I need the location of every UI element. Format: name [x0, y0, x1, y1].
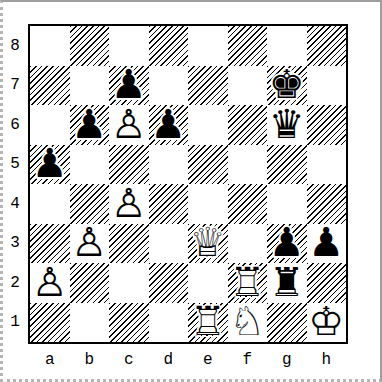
square-f3[interactable]: [228, 224, 268, 264]
square-f6[interactable]: [228, 105, 268, 145]
square-d3[interactable]: [149, 224, 189, 264]
square-g7[interactable]: ♚♚: [267, 66, 307, 106]
piece-glyph: ♟: [111, 64, 147, 104]
black-pawn: ♟♟: [109, 66, 149, 106]
black-queen: ♛♛: [267, 105, 307, 145]
square-c2[interactable]: [109, 263, 149, 303]
rank-label-8: 8: [5, 26, 25, 66]
piece-glyph: ♟: [308, 222, 344, 262]
piece-glyph: ♔: [308, 301, 344, 341]
square-e8[interactable]: [188, 26, 228, 66]
rank-label-2: 2: [5, 263, 25, 303]
square-e2[interactable]: [188, 263, 228, 303]
square-f7[interactable]: [228, 66, 268, 106]
square-h8[interactable]: [307, 26, 347, 66]
white-pawn: ♟♙: [70, 224, 110, 264]
square-h7[interactable]: [307, 66, 347, 106]
square-h6[interactable]: [307, 105, 347, 145]
piece-glyph: ♟: [269, 222, 305, 262]
rank-label-4: 4: [5, 184, 25, 224]
square-f1[interactable]: ♞♘: [228, 303, 268, 343]
white-queen: ♛♕: [188, 224, 228, 264]
square-a4[interactable]: [30, 184, 70, 224]
square-a8[interactable]: [30, 26, 70, 66]
square-g2[interactable]: ♜♜: [267, 263, 307, 303]
white-pawn: ♟♙: [109, 184, 149, 224]
square-f4[interactable]: [228, 184, 268, 224]
black-king: ♚♚: [267, 66, 307, 106]
piece-glyph: ♜: [269, 262, 305, 302]
piece-glyph: ♟: [150, 104, 186, 144]
square-c3[interactable]: [109, 224, 149, 264]
square-a7[interactable]: [30, 66, 70, 106]
piece-glyph: ♛: [269, 104, 305, 144]
square-c4[interactable]: ♟♙: [109, 184, 149, 224]
black-pawn: ♟♟: [149, 105, 189, 145]
rank-label-5: 5: [5, 145, 25, 185]
square-b3[interactable]: ♟♙: [70, 224, 110, 264]
white-knight: ♞♘: [228, 303, 268, 343]
square-d4[interactable]: [149, 184, 189, 224]
black-pawn: ♟♟: [70, 105, 110, 145]
white-rook: ♜♖: [188, 303, 228, 343]
black-rook: ♜♜: [267, 263, 307, 303]
square-h1[interactable]: ♚♔: [307, 303, 347, 343]
piece-glyph: ♘: [229, 301, 265, 341]
file-label-d: d: [149, 348, 189, 372]
square-b4[interactable]: [70, 184, 110, 224]
square-c6[interactable]: ♟♙: [109, 105, 149, 145]
square-a6[interactable]: [30, 105, 70, 145]
square-h4[interactable]: [307, 184, 347, 224]
file-labels: abcdefgh: [30, 348, 346, 372]
white-rook: ♜♖: [228, 263, 268, 303]
piece-glyph: ♙: [111, 104, 147, 144]
piece-glyph: ♙: [111, 183, 147, 223]
square-h2[interactable]: [307, 263, 347, 303]
piece-glyph: ♙: [71, 222, 107, 262]
piece-glyph: ♙: [32, 262, 68, 302]
square-g1[interactable]: [267, 303, 307, 343]
square-c5[interactable]: [109, 145, 149, 185]
square-g8[interactable]: [267, 26, 307, 66]
square-e3[interactable]: ♛♕: [188, 224, 228, 264]
square-b5[interactable]: [70, 145, 110, 185]
piece-glyph: ♚: [269, 64, 305, 104]
file-label-a: a: [30, 348, 70, 372]
square-b2[interactable]: [70, 263, 110, 303]
square-e4[interactable]: [188, 184, 228, 224]
square-d8[interactable]: [149, 26, 189, 66]
square-a3[interactable]: [30, 224, 70, 264]
square-b8[interactable]: [70, 26, 110, 66]
chessboard-diagram: 87654321 ♟♟♚♚♟♟♟♙♟♟♛♛♟♟♟♙♟♙♛♕♟♟♟♟♟♙♜♖♜♜♜…: [0, 0, 382, 382]
rank-labels: 87654321: [5, 26, 25, 342]
piece-glyph: ♖: [229, 262, 265, 302]
square-b7[interactable]: [70, 66, 110, 106]
black-pawn: ♟♟: [267, 224, 307, 264]
square-d5[interactable]: [149, 145, 189, 185]
rank-label-6: 6: [5, 105, 25, 145]
file-label-h: h: [307, 348, 347, 372]
file-label-b: b: [70, 348, 110, 372]
square-g4[interactable]: [267, 184, 307, 224]
square-c8[interactable]: [109, 26, 149, 66]
square-c1[interactable]: [109, 303, 149, 343]
square-d7[interactable]: [149, 66, 189, 106]
square-g3[interactable]: ♟♟: [267, 224, 307, 264]
square-a1[interactable]: [30, 303, 70, 343]
square-d1[interactable]: [149, 303, 189, 343]
square-e7[interactable]: [188, 66, 228, 106]
rank-label-1: 1: [5, 303, 25, 343]
square-f5[interactable]: [228, 145, 268, 185]
square-d6[interactable]: ♟♟: [149, 105, 189, 145]
square-h3[interactable]: ♟♟: [307, 224, 347, 264]
black-pawn: ♟♟: [30, 145, 70, 185]
square-c7[interactable]: ♟♟: [109, 66, 149, 106]
piece-glyph: ♟: [71, 104, 107, 144]
white-king: ♚♔: [307, 303, 347, 343]
file-label-g: g: [267, 348, 307, 372]
file-label-e: e: [188, 348, 228, 372]
square-f8[interactable]: [228, 26, 268, 66]
square-f2[interactable]: ♜♖: [228, 263, 268, 303]
square-a2[interactable]: ♟♙: [30, 263, 70, 303]
square-b1[interactable]: [70, 303, 110, 343]
white-pawn: ♟♙: [109, 105, 149, 145]
file-label-c: c: [109, 348, 149, 372]
square-g5[interactable]: [267, 145, 307, 185]
square-h5[interactable]: [307, 145, 347, 185]
square-e1[interactable]: ♜♖: [188, 303, 228, 343]
square-d2[interactable]: [149, 263, 189, 303]
square-e5[interactable]: [188, 145, 228, 185]
black-pawn: ♟♟: [307, 224, 347, 264]
square-b6[interactable]: ♟♟: [70, 105, 110, 145]
square-g6[interactable]: ♛♛: [267, 105, 307, 145]
piece-glyph: ♖: [190, 301, 226, 341]
chess-board: ♟♟♚♚♟♟♟♙♟♟♛♛♟♟♟♙♟♙♛♕♟♟♟♟♟♙♜♖♜♜♜♖♞♘♚♔: [28, 24, 348, 344]
square-e6[interactable]: [188, 105, 228, 145]
piece-glyph: ♕: [190, 222, 226, 262]
piece-glyph: ♟: [32, 143, 68, 183]
file-label-f: f: [228, 348, 268, 372]
square-a5[interactable]: ♟♟: [30, 145, 70, 185]
white-pawn: ♟♙: [30, 263, 70, 303]
rank-label-3: 3: [5, 224, 25, 264]
rank-label-7: 7: [5, 66, 25, 106]
